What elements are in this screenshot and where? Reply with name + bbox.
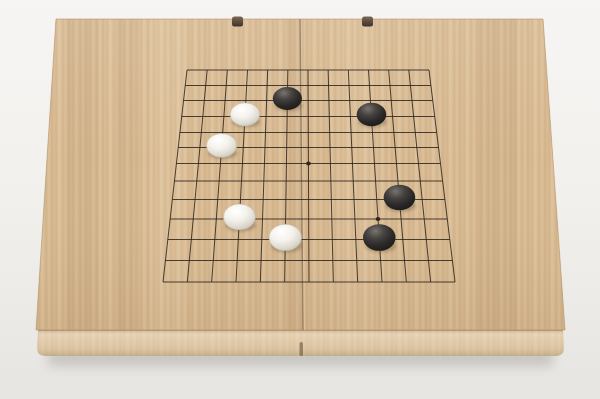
- black-stone[interactable]: [363, 224, 396, 251]
- black-stone[interactable]: [384, 185, 416, 211]
- left-hinge: [232, 17, 243, 27]
- front-seam-gap: [300, 342, 304, 356]
- white-stone[interactable]: [269, 224, 302, 251]
- photo-scene: [0, 0, 600, 399]
- black-stone[interactable]: [357, 103, 387, 126]
- go-board-photo: [0, 0, 600, 399]
- right-hinge: [362, 17, 373, 27]
- hoshi-7-7: [306, 162, 311, 166]
- white-stone[interactable]: [206, 133, 236, 157]
- hoshi-10-10: [376, 217, 381, 221]
- white-stone[interactable]: [223, 204, 255, 230]
- go-board[interactable]: [36, 0, 565, 340]
- white-stone[interactable]: [230, 103, 260, 126]
- black-stone[interactable]: [273, 87, 302, 110]
